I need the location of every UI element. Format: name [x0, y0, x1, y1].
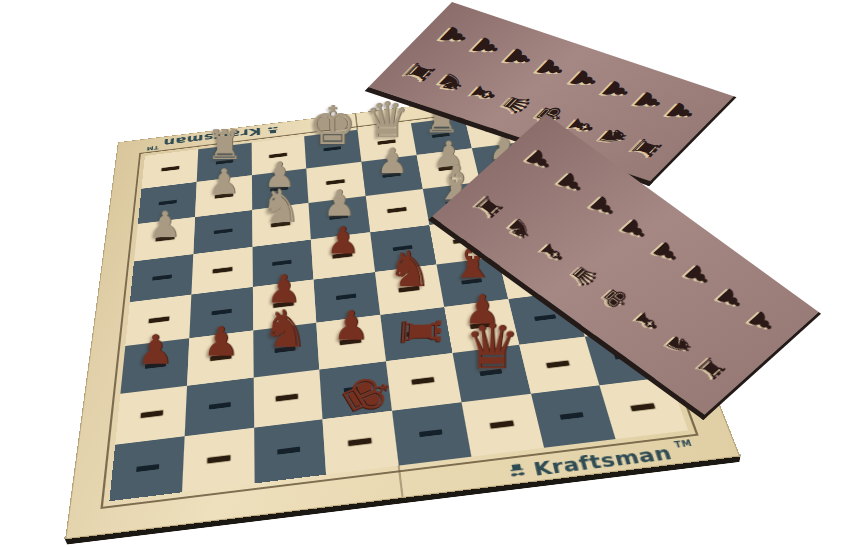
square-b2	[184, 377, 253, 436]
piece-slot	[336, 293, 357, 300]
piece-slot	[273, 260, 293, 266]
piece-slot	[547, 361, 570, 368]
square-b3: ♟	[187, 330, 253, 385]
bishop-silhouette-icon: ♝	[532, 236, 572, 268]
piece-white-pawn-e7: ♟	[376, 144, 407, 179]
piece-white-pawn-b7: ♟	[208, 164, 239, 199]
pawn-silhouette-icon: ♟	[646, 237, 686, 269]
piece-slot	[419, 429, 443, 437]
piece-black-pawn-d3: ♟	[333, 305, 369, 345]
rook-silhouette-icon: ♜	[469, 190, 509, 222]
king-silhouette-icon: ♚	[596, 282, 636, 314]
piece-white-knight-c6: ♞	[261, 183, 302, 229]
pawn-silhouette-icon: ♟	[519, 145, 559, 177]
piece-slot	[411, 377, 434, 385]
piece-slot	[534, 314, 556, 321]
piece-black-queen-f2: ♛	[464, 316, 520, 378]
square-a6: ♟	[134, 217, 195, 262]
square-f2: ♛	[452, 345, 530, 403]
piece-slot	[490, 421, 514, 429]
brand-trademark: TM	[146, 145, 159, 151]
piece-slot	[208, 402, 230, 410]
pawn-silhouette-icon: ♟	[583, 191, 623, 223]
piece-slot	[214, 229, 233, 235]
piece-slot	[387, 207, 406, 213]
brand-trademark: TM	[674, 440, 693, 449]
square-e1	[392, 402, 471, 465]
piece-slot	[276, 394, 298, 402]
piece-black-pawn-d5: ♟	[326, 222, 360, 259]
square-c6: ♞	[252, 203, 311, 247]
piece-slot	[631, 403, 656, 411]
square-d3: ♟	[317, 315, 386, 369]
piece-black-knight-e4: ♞	[387, 244, 431, 293]
piece-slot	[207, 455, 230, 463]
product-photo-scene: Kraftsman TM ♜♚♛♜♟♟♟♟♟♟♞♟♝♟♟♟♞♝♞♟♟♞♟♜♟♚♛…	[0, 0, 850, 547]
piece-white-pawn-d6: ♟	[323, 185, 355, 221]
piece-slot	[348, 438, 371, 446]
kraftsman-logo-icon	[506, 462, 530, 481]
piece-slot	[161, 166, 179, 171]
bishop-silhouette-icon: ♝	[628, 305, 668, 337]
piece-black-pawn-a3: ♟	[137, 329, 173, 369]
piece-white-king-d8: ♚	[309, 99, 357, 152]
piece-black-pawn-b3: ♟	[202, 321, 238, 361]
piece-slot	[141, 411, 163, 419]
piece-slot	[278, 447, 301, 455]
piece-white-rook-b8: ♜	[206, 125, 243, 166]
piece-black-knight-c3: ♞	[263, 303, 309, 354]
piece-slot	[152, 275, 172, 281]
square-c2	[253, 369, 323, 428]
pawn-silhouette-icon: ♟	[615, 214, 655, 246]
queen-silhouette-icon: ♛	[564, 259, 604, 291]
knight-silhouette-icon: ♞	[659, 329, 699, 361]
pawn-silhouette-icon: ♟	[678, 260, 718, 292]
pawn-silhouette-icon: ♟	[742, 306, 782, 338]
square-d2: ♚	[320, 361, 393, 420]
piece-white-pawn-a6: ♟	[149, 206, 181, 242]
square-a2	[115, 385, 187, 445]
square-b1	[182, 428, 254, 492]
piece-slot	[560, 412, 584, 420]
piece-slot	[136, 464, 159, 472]
knight-silhouette-icon: ♞	[501, 213, 541, 245]
piece-slot	[211, 309, 231, 316]
square-a5	[130, 254, 193, 302]
pawn-silhouette-icon: ♟	[710, 283, 750, 315]
piece-slot	[212, 267, 232, 273]
square-f1	[461, 394, 543, 457]
piece-slot	[149, 316, 170, 323]
square-b5	[191, 247, 252, 295]
square-a3: ♟	[120, 338, 189, 393]
square-d1	[323, 411, 399, 475]
rook-silhouette-icon: ♜	[691, 352, 731, 384]
square-c1	[254, 419, 327, 483]
pawn-silhouette-icon: ♟	[551, 168, 591, 200]
square-e3: ♜	[380, 307, 452, 361]
kraftsman-logo-icon	[266, 124, 281, 134]
square-c3: ♞	[253, 322, 320, 377]
square-d5: ♟	[311, 232, 375, 279]
square-e2	[386, 353, 461, 411]
square-a1	[109, 436, 184, 501]
